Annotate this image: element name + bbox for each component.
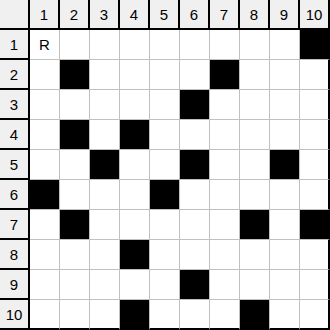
cell-r4-c6[interactable] (180, 120, 210, 150)
cell-r9-c7[interactable] (210, 270, 240, 300)
cell-r8-c3[interactable] (90, 240, 120, 270)
col-header-8: 8 (240, 0, 270, 30)
row-header-6: 6 (0, 180, 30, 210)
cell-r7-c4[interactable] (120, 210, 150, 240)
cell-r6-c1[interactable] (30, 180, 60, 210)
cell-r7-c5[interactable] (150, 210, 180, 240)
cell-r6-c5[interactable] (150, 180, 180, 210)
cell-r3-c4[interactable] (120, 90, 150, 120)
cell-r4-c9[interactable] (270, 120, 300, 150)
cell-r6-c4[interactable] (120, 180, 150, 210)
cell-r4-c10[interactable] (300, 120, 330, 150)
row-header-10: 10 (0, 300, 30, 330)
cell-r5-c3[interactable] (90, 150, 120, 180)
cell-r6-c9[interactable] (270, 180, 300, 210)
cell-r6-c3[interactable] (90, 180, 120, 210)
cell-r3-c6[interactable] (180, 90, 210, 120)
cell-r10-c8[interactable] (240, 300, 270, 330)
cell-r4-c8[interactable] (240, 120, 270, 150)
cell-r7-c3[interactable] (90, 210, 120, 240)
col-header-6: 6 (180, 0, 210, 30)
cell-r1-c9[interactable] (270, 30, 300, 60)
row-header-8: 8 (0, 240, 30, 270)
cell-r4-c5[interactable] (150, 120, 180, 150)
row-header-9: 9 (0, 270, 30, 300)
cell-r3-c9[interactable] (270, 90, 300, 120)
cell-r5-c2[interactable] (60, 150, 90, 180)
cell-r6-c10[interactable] (300, 180, 330, 210)
cell-r8-c7[interactable] (210, 240, 240, 270)
cell-r1-c7[interactable] (210, 30, 240, 60)
cell-r9-c4[interactable] (120, 270, 150, 300)
row-header-7: 7 (0, 210, 30, 240)
cell-r7-c9[interactable] (270, 210, 300, 240)
cell-r1-c3[interactable] (90, 30, 120, 60)
cell-r9-c9[interactable] (270, 270, 300, 300)
cell-r2-c2[interactable] (60, 60, 90, 90)
cell-r7-c2[interactable] (60, 210, 90, 240)
cell-r2-c7[interactable] (210, 60, 240, 90)
cell-r4-c7[interactable] (210, 120, 240, 150)
cell-r2-c1[interactable] (30, 60, 60, 90)
row-header-2: 2 (0, 60, 30, 90)
cell-r8-c4[interactable] (120, 240, 150, 270)
cell-r9-c6[interactable] (180, 270, 210, 300)
cell-r3-c7[interactable] (210, 90, 240, 120)
cell-r3-c8[interactable] (240, 90, 270, 120)
cell-r10-c10[interactable] (300, 300, 330, 330)
cell-r2-c8[interactable] (240, 60, 270, 90)
cell-r5-c8[interactable] (240, 150, 270, 180)
cell-r3-c5[interactable] (150, 90, 180, 120)
cell-r6-c7[interactable] (210, 180, 240, 210)
col-header-7: 7 (210, 0, 240, 30)
cell-r3-c3[interactable] (90, 90, 120, 120)
cell-r7-c1[interactable] (30, 210, 60, 240)
cell-r1-c1[interactable]: R (30, 30, 60, 60)
robot-marker: R (39, 37, 50, 52)
cell-r2-c3[interactable] (90, 60, 120, 90)
col-header-1: 1 (30, 0, 60, 30)
col-header-9: 9 (270, 0, 300, 30)
cell-r1-c4[interactable] (120, 30, 150, 60)
cell-r9-c8[interactable] (240, 270, 270, 300)
cell-r1-c10[interactable] (300, 30, 330, 60)
cell-r9-c3[interactable] (90, 270, 120, 300)
cell-r3-c10[interactable] (300, 90, 330, 120)
cell-r8-c5[interactable] (150, 240, 180, 270)
cell-r9-c5[interactable] (150, 270, 180, 300)
cell-r1-c5[interactable] (150, 30, 180, 60)
cell-r2-c5[interactable] (150, 60, 180, 90)
cell-r7-c8[interactable] (240, 210, 270, 240)
cell-r8-c6[interactable] (180, 240, 210, 270)
cell-r2-c6[interactable] (180, 60, 210, 90)
cell-r5-c7[interactable] (210, 150, 240, 180)
cell-r10-c3[interactable] (90, 300, 120, 330)
cell-r7-c10[interactable] (300, 210, 330, 240)
cell-r10-c9[interactable] (270, 300, 300, 330)
cell-r10-c7[interactable] (210, 300, 240, 330)
cell-r2-c9[interactable] (270, 60, 300, 90)
cell-r5-c6[interactable] (180, 150, 210, 180)
cell-r8-c9[interactable] (270, 240, 300, 270)
cell-r5-c10[interactable] (300, 150, 330, 180)
cell-r6-c2[interactable] (60, 180, 90, 210)
col-header-4: 4 (120, 0, 150, 30)
cell-r5-c5[interactable] (150, 150, 180, 180)
cell-r10-c6[interactable] (180, 300, 210, 330)
row-header-4: 4 (0, 120, 30, 150)
cell-r8-c1[interactable] (30, 240, 60, 270)
cell-r10-c1[interactable] (30, 300, 60, 330)
cell-r4-c4[interactable] (120, 120, 150, 150)
col-header-3: 3 (90, 0, 120, 30)
col-header-2: 2 (60, 0, 90, 30)
cell-r5-c9[interactable] (270, 150, 300, 180)
cell-r4-c3[interactable] (90, 120, 120, 150)
cell-r5-c1[interactable] (30, 150, 60, 180)
cell-r10-c4[interactable] (120, 300, 150, 330)
cell-r1-c8[interactable] (240, 30, 270, 60)
cell-r9-c10[interactable] (300, 270, 330, 300)
puzzle-board: 123456789101R2345678910 (0, 0, 330, 330)
cell-r7-c6[interactable] (180, 210, 210, 240)
cell-r4-c2[interactable] (60, 120, 90, 150)
cell-r2-c4[interactable] (120, 60, 150, 90)
col-header-10: 10 (300, 0, 330, 30)
cell-r7-c7[interactable] (210, 210, 240, 240)
cell-r2-c10[interactable] (300, 60, 330, 90)
cell-r8-c2[interactable] (60, 240, 90, 270)
cell-r9-c1[interactable] (30, 270, 60, 300)
cell-r5-c4[interactable] (120, 150, 150, 180)
cell-r1-c6[interactable] (180, 30, 210, 60)
cell-r3-c1[interactable] (30, 90, 60, 120)
row-header-3: 3 (0, 90, 30, 120)
cell-r9-c2[interactable] (60, 270, 90, 300)
cell-r6-c8[interactable] (240, 180, 270, 210)
cell-r10-c5[interactable] (150, 300, 180, 330)
cell-r10-c2[interactable] (60, 300, 90, 330)
col-header-5: 5 (150, 0, 180, 30)
cell-r6-c6[interactable] (180, 180, 210, 210)
cell-r8-c8[interactable] (240, 240, 270, 270)
cell-r4-c1[interactable] (30, 120, 60, 150)
cell-r1-c2[interactable] (60, 30, 90, 60)
row-header-5: 5 (0, 150, 30, 180)
corner-header (0, 0, 30, 30)
cell-r3-c2[interactable] (60, 90, 90, 120)
row-header-1: 1 (0, 30, 30, 60)
cell-r8-c10[interactable] (300, 240, 330, 270)
